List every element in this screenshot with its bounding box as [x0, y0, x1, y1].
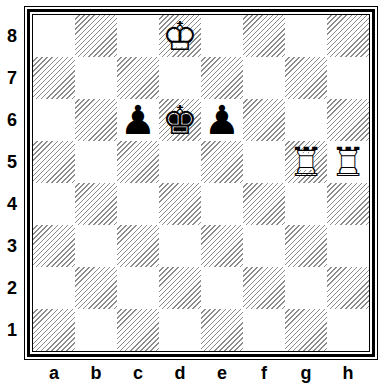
file-label-h: h: [327, 360, 369, 386]
white-rook-glyph: ♖: [327, 141, 369, 183]
square-c4[interactable]: [117, 183, 159, 225]
black-pawn-glyph: ♟: [201, 99, 243, 141]
file-label-b: b: [75, 360, 117, 386]
square-g7[interactable]: [285, 57, 327, 99]
square-e5[interactable]: [201, 141, 243, 183]
square-a2[interactable]: [33, 267, 75, 309]
square-c8[interactable]: [117, 15, 159, 57]
square-d7[interactable]: [159, 57, 201, 99]
file-label-d: d: [159, 360, 201, 386]
square-f4[interactable]: [243, 183, 285, 225]
black-pawn[interactable]: ♟♟: [117, 99, 159, 141]
square-a5[interactable]: [33, 141, 75, 183]
square-d3[interactable]: [159, 225, 201, 267]
square-h2[interactable]: [327, 267, 369, 309]
white-rook[interactable]: ♜♖: [285, 141, 327, 183]
square-a7[interactable]: [33, 57, 75, 99]
square-h8[interactable]: [327, 15, 369, 57]
white-rook[interactable]: ♜♖: [327, 141, 369, 183]
rank-label-5: 5: [0, 141, 24, 183]
square-e7[interactable]: [201, 57, 243, 99]
black-king[interactable]: ♚♚: [159, 99, 201, 141]
square-c2[interactable]: [117, 267, 159, 309]
square-b7[interactable]: [75, 57, 117, 99]
square-a1[interactable]: [33, 309, 75, 351]
square-b6[interactable]: [75, 99, 117, 141]
square-g6[interactable]: [285, 99, 327, 141]
square-c3[interactable]: [117, 225, 159, 267]
square-g1[interactable]: [285, 309, 327, 351]
file-label-c: c: [117, 360, 159, 386]
square-h7[interactable]: [327, 57, 369, 99]
square-d5[interactable]: [159, 141, 201, 183]
square-a4[interactable]: [33, 183, 75, 225]
board-frame-inner: ♚♔♟♟♚♚♟♟♜♖♜♖: [27, 9, 375, 357]
rank-label-2: 2: [0, 267, 24, 309]
square-c5[interactable]: [117, 141, 159, 183]
square-a6[interactable]: [33, 99, 75, 141]
square-f2[interactable]: [243, 267, 285, 309]
square-a8[interactable]: [33, 15, 75, 57]
square-d4[interactable]: [159, 183, 201, 225]
rank-label-8: 8: [0, 15, 24, 57]
rank-label-3: 3: [0, 225, 24, 267]
square-h3[interactable]: [327, 225, 369, 267]
square-c1[interactable]: [117, 309, 159, 351]
square-g5[interactable]: ♜♖: [285, 141, 327, 183]
square-h4[interactable]: [327, 183, 369, 225]
rank-label-6: 6: [0, 99, 24, 141]
square-b4[interactable]: [75, 183, 117, 225]
square-h5[interactable]: ♜♖: [327, 141, 369, 183]
white-king[interactable]: ♚♔: [159, 15, 201, 57]
white-king-glyph: ♔: [159, 15, 201, 57]
square-d6[interactable]: ♚♚: [159, 99, 201, 141]
white-rook-glyph: ♖: [285, 141, 327, 183]
square-f1[interactable]: [243, 309, 285, 351]
square-d2[interactable]: [159, 267, 201, 309]
square-g2[interactable]: [285, 267, 327, 309]
black-pawn-glyph: ♟: [117, 99, 159, 141]
rank-label-7: 7: [0, 57, 24, 99]
square-f3[interactable]: [243, 225, 285, 267]
black-king-glyph: ♚: [159, 99, 201, 141]
square-a3[interactable]: [33, 225, 75, 267]
square-f5[interactable]: [243, 141, 285, 183]
square-c6[interactable]: ♟♟: [117, 99, 159, 141]
file-label-g: g: [285, 360, 327, 386]
square-g3[interactable]: [285, 225, 327, 267]
square-b3[interactable]: [75, 225, 117, 267]
black-pawn[interactable]: ♟♟: [201, 99, 243, 141]
rank-label-4: 4: [0, 183, 24, 225]
chess-diagram: 87654321 ♚♔♟♟♚♚♟♟♜♖♜♖ abcdefgh: [0, 0, 384, 388]
square-e8[interactable]: [201, 15, 243, 57]
square-e4[interactable]: [201, 183, 243, 225]
square-f8[interactable]: [243, 15, 285, 57]
square-c7[interactable]: [117, 57, 159, 99]
board-border: ♚♔♟♟♚♚♟♟♜♖♜♖: [32, 14, 370, 352]
rank-labels: 87654321: [0, 15, 24, 351]
file-labels: abcdefgh: [33, 360, 369, 386]
file-label-f: f: [243, 360, 285, 386]
file-label-a: a: [33, 360, 75, 386]
board-frame: ♚♔♟♟♚♚♟♟♜♖♜♖: [24, 6, 378, 360]
square-b8[interactable]: [75, 15, 117, 57]
square-e1[interactable]: [201, 309, 243, 351]
square-b5[interactable]: [75, 141, 117, 183]
square-e2[interactable]: [201, 267, 243, 309]
square-h1[interactable]: [327, 309, 369, 351]
square-g8[interactable]: [285, 15, 327, 57]
square-e3[interactable]: [201, 225, 243, 267]
square-b1[interactable]: [75, 309, 117, 351]
square-d8[interactable]: ♚♔: [159, 15, 201, 57]
square-f7[interactable]: [243, 57, 285, 99]
file-label-e: e: [201, 360, 243, 386]
square-b2[interactable]: [75, 267, 117, 309]
square-g4[interactable]: [285, 183, 327, 225]
rank-label-1: 1: [0, 309, 24, 351]
square-d1[interactable]: [159, 309, 201, 351]
square-f6[interactable]: [243, 99, 285, 141]
square-e6[interactable]: ♟♟: [201, 99, 243, 141]
square-h6[interactable]: [327, 99, 369, 141]
chess-board: ♚♔♟♟♚♚♟♟♜♖♜♖: [33, 15, 369, 351]
